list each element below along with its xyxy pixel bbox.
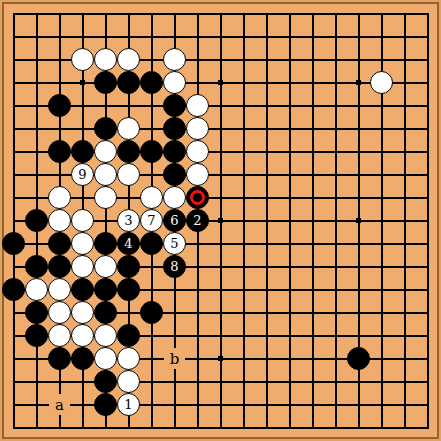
black-stone (48, 255, 71, 278)
white-stone (186, 94, 209, 117)
black-stone (163, 94, 186, 117)
grid-line-vertical (427, 13, 429, 429)
black-stone (94, 370, 117, 393)
black-stone (140, 301, 163, 324)
grid-line-vertical (335, 13, 337, 429)
move-number: 2 (193, 214, 201, 227)
white-stone (48, 209, 71, 232)
grid-line-vertical (243, 13, 245, 429)
move-number: 9 (78, 168, 86, 181)
black-stone (163, 163, 186, 186)
white-stone: 9 (71, 163, 94, 186)
grid-line-vertical (404, 13, 406, 429)
white-stone (48, 278, 71, 301)
white-stone (370, 71, 393, 94)
black-stone (94, 301, 117, 324)
move-number: 8 (170, 260, 178, 273)
black-stone (163, 117, 186, 140)
black-stone (94, 393, 117, 416)
black-stone (117, 71, 140, 94)
black-stone (94, 117, 117, 140)
white-stone (117, 117, 140, 140)
white-stone (71, 209, 94, 232)
black-stone (117, 140, 140, 163)
move-number: 6 (170, 214, 178, 227)
white-stone (71, 232, 94, 255)
black-stone (347, 347, 370, 370)
white-stone (94, 48, 117, 71)
grid-line-horizontal (13, 381, 429, 383)
move-number: 3 (124, 214, 132, 227)
white-stone (48, 186, 71, 209)
black-stone (94, 71, 117, 94)
move-number: 7 (147, 214, 155, 227)
star-point (218, 356, 223, 361)
white-stone (71, 301, 94, 324)
white-stone (186, 163, 209, 186)
black-stone (71, 278, 94, 301)
black-stone: 6 (163, 209, 186, 232)
grid-line-vertical (312, 13, 314, 429)
go-board: 937624581ab (0, 0, 441, 441)
white-stone (94, 347, 117, 370)
black-stone (140, 71, 163, 94)
white-stone (94, 255, 117, 278)
black-stone (25, 255, 48, 278)
black-stone (71, 140, 94, 163)
black-stone: 4 (117, 232, 140, 255)
white-stone (94, 324, 117, 347)
star-point (356, 80, 361, 85)
white-stone (25, 278, 48, 301)
white-stone (163, 186, 186, 209)
white-stone (94, 186, 117, 209)
white-stone (117, 347, 140, 370)
white-stone: 5 (163, 232, 186, 255)
star-point (356, 218, 361, 223)
star-point (218, 218, 223, 223)
black-stone (2, 232, 25, 255)
white-stone (117, 48, 140, 71)
black-stone (117, 255, 140, 278)
black-stone (140, 140, 163, 163)
black-stone (71, 347, 94, 370)
black-stone: 2 (186, 209, 209, 232)
grid-line-horizontal (13, 404, 429, 406)
white-stone (71, 48, 94, 71)
move-number: 4 (124, 237, 132, 250)
white-stone (163, 48, 186, 71)
grid-line-vertical (266, 13, 268, 429)
black-stone (163, 140, 186, 163)
grid-line-horizontal (13, 427, 429, 429)
black-stone (48, 347, 71, 370)
point-label-b: b (164, 348, 185, 369)
point-label-a: a (49, 394, 70, 415)
black-stone (140, 232, 163, 255)
star-point (218, 80, 223, 85)
black-stone (94, 232, 117, 255)
grid-line-vertical (289, 13, 291, 429)
white-stone (94, 140, 117, 163)
white-stone (48, 324, 71, 347)
white-stone (186, 140, 209, 163)
white-stone (48, 301, 71, 324)
black-stone: 8 (163, 255, 186, 278)
black-stone (25, 324, 48, 347)
black-stone (117, 324, 140, 347)
white-stone (71, 255, 94, 278)
white-stone: 1 (117, 393, 140, 416)
black-stone (48, 140, 71, 163)
black-stone (48, 94, 71, 117)
black-stone (25, 209, 48, 232)
black-stone (2, 278, 25, 301)
move-number: 5 (170, 237, 178, 250)
white-stone (186, 117, 209, 140)
circle-marker-icon (190, 190, 205, 205)
white-stone: 3 (117, 209, 140, 232)
black-stone (94, 278, 117, 301)
white-stone (117, 370, 140, 393)
black-stone (48, 232, 71, 255)
black-stone (25, 301, 48, 324)
black-stone (117, 278, 140, 301)
white-stone: 7 (140, 209, 163, 232)
move-number: 1 (124, 398, 132, 411)
white-stone (94, 163, 117, 186)
white-stone (71, 324, 94, 347)
white-stone (117, 163, 140, 186)
white-stone (140, 186, 163, 209)
star-point (80, 80, 85, 85)
black-stone (186, 186, 209, 209)
white-stone (163, 71, 186, 94)
